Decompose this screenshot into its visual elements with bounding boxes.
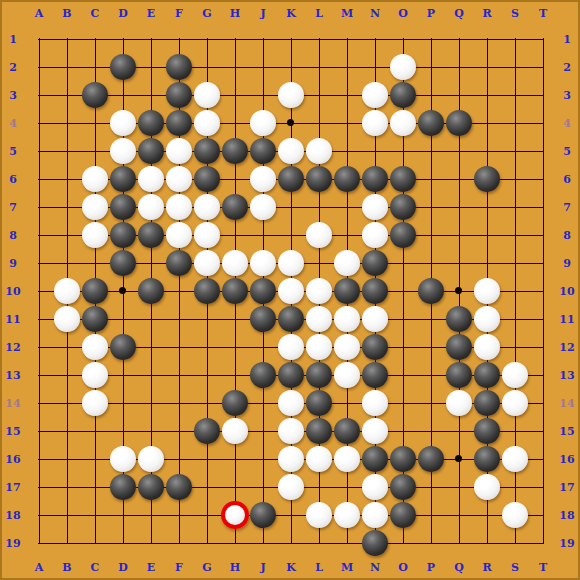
intersection-d18[interactable] (109, 501, 137, 529)
intersection-j4[interactable] (249, 109, 277, 137)
intersection-n15[interactable] (361, 417, 389, 445)
intersection-e17[interactable] (137, 473, 165, 501)
intersection-l11[interactable] (305, 305, 333, 333)
intersection-r3[interactable] (473, 81, 501, 109)
intersection-c19[interactable] (81, 529, 109, 557)
intersection-e19[interactable] (137, 529, 165, 557)
intersection-a15[interactable] (25, 417, 53, 445)
intersection-h15[interactable] (221, 417, 249, 445)
intersection-q16[interactable] (445, 445, 473, 473)
intersection-g12[interactable] (193, 333, 221, 361)
intersection-m6[interactable] (333, 165, 361, 193)
intersection-n7[interactable] (361, 193, 389, 221)
intersection-s6[interactable] (501, 165, 529, 193)
intersection-g9[interactable] (193, 249, 221, 277)
intersection-p18[interactable] (417, 501, 445, 529)
intersection-c15[interactable] (81, 417, 109, 445)
intersection-b4[interactable] (53, 109, 81, 137)
intersection-k2[interactable] (277, 53, 305, 81)
intersection-f5[interactable] (165, 137, 193, 165)
intersection-t2[interactable] (529, 53, 557, 81)
intersection-e14[interactable] (137, 389, 165, 417)
intersection-o16[interactable] (389, 445, 417, 473)
intersection-a16[interactable] (25, 445, 53, 473)
intersection-s15[interactable] (501, 417, 529, 445)
intersection-f6[interactable] (165, 165, 193, 193)
intersection-l1[interactable] (305, 25, 333, 53)
intersection-o7[interactable] (389, 193, 417, 221)
intersection-n16[interactable] (361, 445, 389, 473)
intersection-s3[interactable] (501, 81, 529, 109)
intersection-g2[interactable] (193, 53, 221, 81)
intersection-c10[interactable] (81, 277, 109, 305)
intersection-h3[interactable] (221, 81, 249, 109)
intersection-j1[interactable] (249, 25, 277, 53)
intersection-l4[interactable] (305, 109, 333, 137)
intersection-s17[interactable] (501, 473, 529, 501)
intersection-k11[interactable] (277, 305, 305, 333)
intersection-j3[interactable] (249, 81, 277, 109)
intersection-o11[interactable] (389, 305, 417, 333)
intersection-s16[interactable] (501, 445, 529, 473)
intersection-b8[interactable] (53, 221, 81, 249)
intersection-t18[interactable] (529, 501, 557, 529)
intersection-q10[interactable] (445, 277, 473, 305)
intersection-k14[interactable] (277, 389, 305, 417)
intersection-l6[interactable] (305, 165, 333, 193)
intersection-o18[interactable] (389, 501, 417, 529)
intersection-d3[interactable] (109, 81, 137, 109)
intersection-m13[interactable] (333, 361, 361, 389)
intersection-t14[interactable] (529, 389, 557, 417)
intersection-d13[interactable] (109, 361, 137, 389)
intersection-k16[interactable] (277, 445, 305, 473)
intersection-s12[interactable] (501, 333, 529, 361)
intersection-g16[interactable] (193, 445, 221, 473)
intersection-b17[interactable] (53, 473, 81, 501)
intersection-a9[interactable] (25, 249, 53, 277)
intersection-s7[interactable] (501, 193, 529, 221)
intersection-t17[interactable] (529, 473, 557, 501)
intersection-r4[interactable] (473, 109, 501, 137)
intersection-g4[interactable] (193, 109, 221, 137)
intersection-c11[interactable] (81, 305, 109, 333)
intersection-j18[interactable] (249, 501, 277, 529)
intersection-g7[interactable] (193, 193, 221, 221)
intersection-r19[interactable] (473, 529, 501, 557)
intersection-m2[interactable] (333, 53, 361, 81)
intersection-e8[interactable] (137, 221, 165, 249)
intersection-j15[interactable] (249, 417, 277, 445)
intersection-s11[interactable] (501, 305, 529, 333)
intersection-q13[interactable] (445, 361, 473, 389)
intersection-r10[interactable] (473, 277, 501, 305)
intersection-o14[interactable] (389, 389, 417, 417)
intersection-s4[interactable] (501, 109, 529, 137)
intersection-t4[interactable] (529, 109, 557, 137)
intersection-l5[interactable] (305, 137, 333, 165)
intersection-h18[interactable] (221, 501, 249, 529)
intersection-q5[interactable] (445, 137, 473, 165)
intersection-s13[interactable] (501, 361, 529, 389)
intersection-r17[interactable] (473, 473, 501, 501)
intersection-k6[interactable] (277, 165, 305, 193)
intersection-b3[interactable] (53, 81, 81, 109)
intersection-r5[interactable] (473, 137, 501, 165)
intersection-l19[interactable] (305, 529, 333, 557)
intersection-m10[interactable] (333, 277, 361, 305)
intersection-n2[interactable] (361, 53, 389, 81)
intersection-d14[interactable] (109, 389, 137, 417)
intersection-l18[interactable] (305, 501, 333, 529)
intersection-a12[interactable] (25, 333, 53, 361)
intersection-r1[interactable] (473, 25, 501, 53)
intersection-n18[interactable] (361, 501, 389, 529)
intersection-d8[interactable] (109, 221, 137, 249)
intersection-f3[interactable] (165, 81, 193, 109)
intersection-c16[interactable] (81, 445, 109, 473)
intersection-k15[interactable] (277, 417, 305, 445)
intersection-q15[interactable] (445, 417, 473, 445)
intersection-m1[interactable] (333, 25, 361, 53)
intersection-h16[interactable] (221, 445, 249, 473)
intersection-d11[interactable] (109, 305, 137, 333)
intersection-j12[interactable] (249, 333, 277, 361)
intersection-p8[interactable] (417, 221, 445, 249)
intersection-j13[interactable] (249, 361, 277, 389)
intersection-f9[interactable] (165, 249, 193, 277)
intersection-n4[interactable] (361, 109, 389, 137)
intersection-r8[interactable] (473, 221, 501, 249)
intersection-g18[interactable] (193, 501, 221, 529)
intersection-c8[interactable] (81, 221, 109, 249)
intersection-n12[interactable] (361, 333, 389, 361)
intersection-b14[interactable] (53, 389, 81, 417)
intersection-b2[interactable] (53, 53, 81, 81)
intersection-r12[interactable] (473, 333, 501, 361)
intersection-j11[interactable] (249, 305, 277, 333)
intersection-r6[interactable] (473, 165, 501, 193)
intersection-t9[interactable] (529, 249, 557, 277)
intersection-d15[interactable] (109, 417, 137, 445)
intersection-l13[interactable] (305, 361, 333, 389)
intersection-d17[interactable] (109, 473, 137, 501)
intersection-l15[interactable] (305, 417, 333, 445)
intersection-f12[interactable] (165, 333, 193, 361)
intersection-f4[interactable] (165, 109, 193, 137)
intersection-l17[interactable] (305, 473, 333, 501)
intersection-e13[interactable] (137, 361, 165, 389)
intersection-o13[interactable] (389, 361, 417, 389)
intersection-f16[interactable] (165, 445, 193, 473)
intersection-m11[interactable] (333, 305, 361, 333)
intersection-c6[interactable] (81, 165, 109, 193)
intersection-j5[interactable] (249, 137, 277, 165)
intersection-j16[interactable] (249, 445, 277, 473)
intersection-t16[interactable] (529, 445, 557, 473)
intersection-t7[interactable] (529, 193, 557, 221)
intersection-d16[interactable] (109, 445, 137, 473)
intersection-g5[interactable] (193, 137, 221, 165)
intersection-c1[interactable] (81, 25, 109, 53)
intersection-q8[interactable] (445, 221, 473, 249)
intersection-e3[interactable] (137, 81, 165, 109)
intersection-k18[interactable] (277, 501, 305, 529)
intersection-h2[interactable] (221, 53, 249, 81)
intersection-s19[interactable] (501, 529, 529, 557)
intersection-o2[interactable] (389, 53, 417, 81)
intersection-j8[interactable] (249, 221, 277, 249)
intersection-a1[interactable] (25, 25, 53, 53)
intersection-s1[interactable] (501, 25, 529, 53)
intersection-c3[interactable] (81, 81, 109, 109)
intersection-p2[interactable] (417, 53, 445, 81)
intersection-o8[interactable] (389, 221, 417, 249)
intersection-o12[interactable] (389, 333, 417, 361)
intersection-j17[interactable] (249, 473, 277, 501)
intersection-k19[interactable] (277, 529, 305, 557)
intersection-p16[interactable] (417, 445, 445, 473)
intersection-g3[interactable] (193, 81, 221, 109)
intersection-d2[interactable] (109, 53, 137, 81)
intersection-b18[interactable] (53, 501, 81, 529)
intersection-g1[interactable] (193, 25, 221, 53)
intersection-g11[interactable] (193, 305, 221, 333)
intersection-q18[interactable] (445, 501, 473, 529)
intersection-p11[interactable] (417, 305, 445, 333)
intersection-p19[interactable] (417, 529, 445, 557)
intersection-r9[interactable] (473, 249, 501, 277)
intersection-r11[interactable] (473, 305, 501, 333)
intersection-h17[interactable] (221, 473, 249, 501)
intersection-k5[interactable] (277, 137, 305, 165)
intersection-t13[interactable] (529, 361, 557, 389)
intersection-q17[interactable] (445, 473, 473, 501)
intersection-c4[interactable] (81, 109, 109, 137)
intersection-f7[interactable] (165, 193, 193, 221)
intersection-k3[interactable] (277, 81, 305, 109)
intersection-l7[interactable] (305, 193, 333, 221)
intersection-a14[interactable] (25, 389, 53, 417)
intersection-b16[interactable] (53, 445, 81, 473)
intersection-k7[interactable] (277, 193, 305, 221)
intersection-k8[interactable] (277, 221, 305, 249)
intersection-m17[interactable] (333, 473, 361, 501)
intersection-h12[interactable] (221, 333, 249, 361)
intersection-n10[interactable] (361, 277, 389, 305)
intersection-a7[interactable] (25, 193, 53, 221)
intersection-l8[interactable] (305, 221, 333, 249)
intersection-f2[interactable] (165, 53, 193, 81)
intersection-b9[interactable] (53, 249, 81, 277)
intersection-n11[interactable] (361, 305, 389, 333)
intersection-m18[interactable] (333, 501, 361, 529)
intersection-h11[interactable] (221, 305, 249, 333)
intersection-b6[interactable] (53, 165, 81, 193)
intersection-t5[interactable] (529, 137, 557, 165)
intersection-a11[interactable] (25, 305, 53, 333)
intersection-k10[interactable] (277, 277, 305, 305)
intersection-e18[interactable] (137, 501, 165, 529)
intersection-r2[interactable] (473, 53, 501, 81)
intersection-m3[interactable] (333, 81, 361, 109)
intersection-k17[interactable] (277, 473, 305, 501)
intersection-t15[interactable] (529, 417, 557, 445)
intersection-b12[interactable] (53, 333, 81, 361)
intersection-n9[interactable] (361, 249, 389, 277)
intersection-d7[interactable] (109, 193, 137, 221)
intersection-n17[interactable] (361, 473, 389, 501)
intersection-o19[interactable] (389, 529, 417, 557)
intersection-q11[interactable] (445, 305, 473, 333)
intersection-b10[interactable] (53, 277, 81, 305)
intersection-e4[interactable] (137, 109, 165, 137)
intersection-o9[interactable] (389, 249, 417, 277)
intersection-c7[interactable] (81, 193, 109, 221)
intersection-c13[interactable] (81, 361, 109, 389)
intersection-l3[interactable] (305, 81, 333, 109)
intersection-g19[interactable] (193, 529, 221, 557)
intersection-s10[interactable] (501, 277, 529, 305)
intersection-a10[interactable] (25, 277, 53, 305)
intersection-p7[interactable] (417, 193, 445, 221)
intersection-t8[interactable] (529, 221, 557, 249)
intersection-c5[interactable] (81, 137, 109, 165)
intersection-a6[interactable] (25, 165, 53, 193)
intersection-n1[interactable] (361, 25, 389, 53)
intersection-q19[interactable] (445, 529, 473, 557)
intersection-b11[interactable] (53, 305, 81, 333)
intersection-h13[interactable] (221, 361, 249, 389)
intersection-j10[interactable] (249, 277, 277, 305)
intersection-g10[interactable] (193, 277, 221, 305)
intersection-m7[interactable] (333, 193, 361, 221)
intersection-f1[interactable] (165, 25, 193, 53)
intersection-a19[interactable] (25, 529, 53, 557)
intersection-p14[interactable] (417, 389, 445, 417)
intersection-d4[interactable] (109, 109, 137, 137)
intersection-o3[interactable] (389, 81, 417, 109)
intersection-d6[interactable] (109, 165, 137, 193)
intersection-d19[interactable] (109, 529, 137, 557)
intersection-l10[interactable] (305, 277, 333, 305)
intersection-t6[interactable] (529, 165, 557, 193)
intersection-b15[interactable] (53, 417, 81, 445)
intersection-h7[interactable] (221, 193, 249, 221)
intersection-o10[interactable] (389, 277, 417, 305)
intersection-f10[interactable] (165, 277, 193, 305)
intersection-e11[interactable] (137, 305, 165, 333)
intersection-n14[interactable] (361, 389, 389, 417)
intersection-o15[interactable] (389, 417, 417, 445)
intersection-a18[interactable] (25, 501, 53, 529)
intersection-p13[interactable] (417, 361, 445, 389)
intersection-n3[interactable] (361, 81, 389, 109)
intersection-r16[interactable] (473, 445, 501, 473)
intersection-g15[interactable] (193, 417, 221, 445)
intersection-c17[interactable] (81, 473, 109, 501)
intersection-l2[interactable] (305, 53, 333, 81)
intersection-f17[interactable] (165, 473, 193, 501)
intersection-j7[interactable] (249, 193, 277, 221)
intersection-r14[interactable] (473, 389, 501, 417)
intersection-f14[interactable] (165, 389, 193, 417)
intersection-c18[interactable] (81, 501, 109, 529)
intersection-a4[interactable] (25, 109, 53, 137)
intersection-k13[interactable] (277, 361, 305, 389)
intersection-b1[interactable] (53, 25, 81, 53)
intersection-o5[interactable] (389, 137, 417, 165)
intersection-l14[interactable] (305, 389, 333, 417)
intersection-s18[interactable] (501, 501, 529, 529)
intersection-o4[interactable] (389, 109, 417, 137)
intersection-g6[interactable] (193, 165, 221, 193)
intersection-p12[interactable] (417, 333, 445, 361)
intersection-f8[interactable] (165, 221, 193, 249)
intersection-n13[interactable] (361, 361, 389, 389)
intersection-r13[interactable] (473, 361, 501, 389)
intersection-h19[interactable] (221, 529, 249, 557)
intersection-b13[interactable] (53, 361, 81, 389)
intersection-t12[interactable] (529, 333, 557, 361)
intersection-p3[interactable] (417, 81, 445, 109)
intersection-o1[interactable] (389, 25, 417, 53)
intersection-m16[interactable] (333, 445, 361, 473)
intersection-p10[interactable] (417, 277, 445, 305)
intersection-e9[interactable] (137, 249, 165, 277)
intersection-m15[interactable] (333, 417, 361, 445)
intersection-g17[interactable] (193, 473, 221, 501)
intersection-r7[interactable] (473, 193, 501, 221)
intersection-l12[interactable] (305, 333, 333, 361)
intersection-j2[interactable] (249, 53, 277, 81)
intersection-o6[interactable] (389, 165, 417, 193)
intersection-k12[interactable] (277, 333, 305, 361)
intersection-k9[interactable] (277, 249, 305, 277)
intersection-f11[interactable] (165, 305, 193, 333)
intersection-q12[interactable] (445, 333, 473, 361)
intersection-f18[interactable] (165, 501, 193, 529)
intersection-t11[interactable] (529, 305, 557, 333)
intersection-h8[interactable] (221, 221, 249, 249)
intersection-a13[interactable] (25, 361, 53, 389)
intersection-q6[interactable] (445, 165, 473, 193)
intersection-l16[interactable] (305, 445, 333, 473)
intersection-j9[interactable] (249, 249, 277, 277)
intersection-p1[interactable] (417, 25, 445, 53)
intersection-t3[interactable] (529, 81, 557, 109)
intersection-e16[interactable] (137, 445, 165, 473)
intersection-c2[interactable] (81, 53, 109, 81)
intersection-q1[interactable] (445, 25, 473, 53)
intersection-f13[interactable] (165, 361, 193, 389)
intersection-m12[interactable] (333, 333, 361, 361)
intersection-h4[interactable] (221, 109, 249, 137)
intersection-e7[interactable] (137, 193, 165, 221)
intersection-h1[interactable] (221, 25, 249, 53)
intersection-e1[interactable] (137, 25, 165, 53)
intersection-p17[interactable] (417, 473, 445, 501)
intersection-s5[interactable] (501, 137, 529, 165)
intersection-q14[interactable] (445, 389, 473, 417)
intersection-o17[interactable] (389, 473, 417, 501)
intersection-g14[interactable] (193, 389, 221, 417)
intersection-h14[interactable] (221, 389, 249, 417)
intersection-d12[interactable] (109, 333, 137, 361)
intersection-a17[interactable] (25, 473, 53, 501)
intersection-e12[interactable] (137, 333, 165, 361)
intersection-d9[interactable] (109, 249, 137, 277)
